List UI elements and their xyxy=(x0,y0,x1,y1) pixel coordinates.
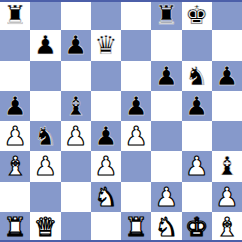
black-pawn-piece: ♟ xyxy=(94,121,117,151)
square-f8[interactable]: ♜ xyxy=(151,0,181,30)
square-a6[interactable] xyxy=(0,61,30,91)
square-a4[interactable]: ♟ xyxy=(0,121,30,151)
black-pawn-piece: ♟ xyxy=(34,30,57,60)
square-e7[interactable] xyxy=(121,30,151,60)
square-c7[interactable]: ♟ xyxy=(61,30,91,60)
square-h4[interactable] xyxy=(212,121,242,151)
chess-board: ♜♜♚♟♟♛♟♞♟♟♝♟♟♟♞♟♟♟♝♟♟♟♝♞♟♟♜♛♜♞♚♝ xyxy=(0,0,242,242)
black-pawn-piece: ♟ xyxy=(185,91,208,121)
black-rook-piece: ♜ xyxy=(3,0,26,30)
square-a1[interactable]: ♜ xyxy=(0,212,30,242)
square-c4[interactable]: ♟ xyxy=(61,121,91,151)
white-pawn-piece: ♟ xyxy=(3,121,26,151)
square-a2[interactable] xyxy=(0,182,30,212)
square-g7[interactable] xyxy=(182,30,212,60)
square-d7[interactable]: ♛ xyxy=(91,30,121,60)
square-f5[interactable] xyxy=(151,91,181,121)
square-a7[interactable] xyxy=(0,30,30,60)
square-h3[interactable]: ♝ xyxy=(212,151,242,181)
square-b6[interactable] xyxy=(30,61,60,91)
square-e6[interactable] xyxy=(121,61,151,91)
square-d6[interactable] xyxy=(91,61,121,91)
white-pawn-piece: ♟ xyxy=(185,151,208,181)
square-b7[interactable]: ♟ xyxy=(30,30,60,60)
square-g6[interactable]: ♞ xyxy=(182,61,212,91)
square-f2[interactable]: ♟ xyxy=(151,182,181,212)
white-knight-piece: ♞ xyxy=(94,182,117,212)
square-b3[interactable]: ♟ xyxy=(30,151,60,181)
square-d1[interactable] xyxy=(91,212,121,242)
square-b8[interactable] xyxy=(30,0,60,30)
black-pawn-piece: ♟ xyxy=(155,61,178,91)
black-bishop-piece: ♝ xyxy=(64,91,87,121)
square-c5[interactable]: ♝ xyxy=(61,91,91,121)
square-h1[interactable]: ♝ xyxy=(212,212,242,242)
square-f3[interactable] xyxy=(151,151,181,181)
square-g8[interactable]: ♚ xyxy=(182,0,212,30)
black-king-piece: ♚ xyxy=(185,0,208,30)
white-pawn-piece: ♟ xyxy=(124,121,147,151)
square-e2[interactable] xyxy=(121,182,151,212)
white-bishop-piece: ♝ xyxy=(3,151,26,181)
square-f1[interactable]: ♞ xyxy=(151,212,181,242)
white-pawn-piece: ♟ xyxy=(155,182,178,212)
square-c1[interactable] xyxy=(61,212,91,242)
square-a5[interactable]: ♟ xyxy=(0,91,30,121)
square-f7[interactable] xyxy=(151,30,181,60)
black-pawn-piece: ♟ xyxy=(124,91,147,121)
black-pawn-piece: ♟ xyxy=(3,91,26,121)
white-queen-piece: ♛ xyxy=(34,212,57,242)
square-b4[interactable]: ♞ xyxy=(30,121,60,151)
square-c3[interactable] xyxy=(61,151,91,181)
square-g5[interactable]: ♟ xyxy=(182,91,212,121)
square-h6[interactable]: ♟ xyxy=(212,61,242,91)
black-rook-piece: ♜ xyxy=(155,0,178,30)
white-pawn-piece: ♟ xyxy=(34,151,57,181)
square-h8[interactable] xyxy=(212,0,242,30)
square-e1[interactable]: ♜ xyxy=(121,212,151,242)
square-b1[interactable]: ♛ xyxy=(30,212,60,242)
white-pawn-piece: ♟ xyxy=(215,182,238,212)
square-d4[interactable]: ♟ xyxy=(91,121,121,151)
square-g2[interactable] xyxy=(182,182,212,212)
square-f6[interactable]: ♟ xyxy=(151,61,181,91)
white-king-piece: ♚ xyxy=(185,212,208,242)
white-pawn-piece: ♟ xyxy=(94,151,117,181)
black-bishop-piece: ♝ xyxy=(215,151,238,181)
white-pawn-piece: ♟ xyxy=(64,121,87,151)
square-b5[interactable] xyxy=(30,91,60,121)
square-c2[interactable] xyxy=(61,182,91,212)
square-e5[interactable]: ♟ xyxy=(121,91,151,121)
square-h7[interactable] xyxy=(212,30,242,60)
square-a3[interactable]: ♝ xyxy=(0,151,30,181)
white-knight-piece: ♞ xyxy=(155,212,178,242)
square-e8[interactable] xyxy=(121,0,151,30)
square-g1[interactable]: ♚ xyxy=(182,212,212,242)
square-c8[interactable] xyxy=(61,0,91,30)
square-d5[interactable] xyxy=(91,91,121,121)
square-h2[interactable]: ♟ xyxy=(212,182,242,212)
black-pawn-piece: ♟ xyxy=(215,61,238,91)
square-e4[interactable]: ♟ xyxy=(121,121,151,151)
black-queen-piece: ♛ xyxy=(94,30,117,60)
square-f4[interactable] xyxy=(151,121,181,151)
square-e3[interactable] xyxy=(121,151,151,181)
square-g4[interactable] xyxy=(182,121,212,151)
white-rook-piece: ♜ xyxy=(3,212,26,242)
chess-board-area: ♜♜♚♟♟♛♟♞♟♟♝♟♟♟♞♟♟♟♝♟♟♟♝♞♟♟♜♛♜♞♚♝ xyxy=(0,0,242,242)
square-h5[interactable] xyxy=(212,91,242,121)
square-d2[interactable]: ♞ xyxy=(91,182,121,212)
black-pawn-piece: ♟ xyxy=(64,30,87,60)
white-bishop-piece: ♝ xyxy=(215,212,238,242)
square-d8[interactable] xyxy=(91,0,121,30)
square-c6[interactable] xyxy=(61,61,91,91)
black-knight-piece: ♞ xyxy=(185,61,208,91)
square-b2[interactable] xyxy=(30,182,60,212)
white-rook-piece: ♜ xyxy=(124,212,147,242)
square-g3[interactable]: ♟ xyxy=(182,151,212,181)
black-knight-piece: ♞ xyxy=(34,121,57,151)
square-d3[interactable]: ♟ xyxy=(91,151,121,181)
square-a8[interactable]: ♜ xyxy=(0,0,30,30)
